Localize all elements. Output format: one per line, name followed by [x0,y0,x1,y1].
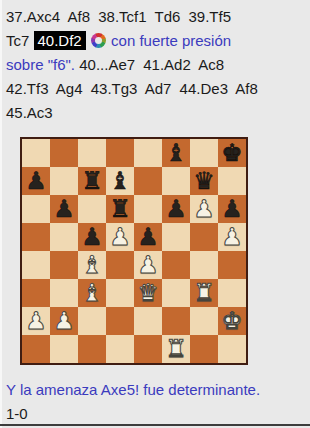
square-h1[interactable] [218,335,246,363]
move-text[interactable]: 42.Tf3 Ag4 43.Tg3 Ad7 44.De3 Af8 [6,80,258,97]
square-a2[interactable]: ♟ [22,307,50,335]
black-pawn-h6: ♟ [221,197,243,221]
square-b6[interactable]: ♟ [50,195,78,223]
square-a1[interactable] [22,335,50,363]
notation-line: Tc7 40.Df2 con fuerte presión [6,29,308,53]
black-rook-d6: ♜ [109,197,131,221]
square-c6[interactable] [78,195,106,223]
white-rook-g3: ♜ [193,281,215,305]
square-f2[interactable] [162,307,190,335]
square-a4[interactable] [22,251,50,279]
square-e3[interactable]: ♛ [134,279,162,307]
annotation-comment-text: con fuerte presión [111,32,231,49]
square-a8[interactable] [22,139,50,167]
square-g3[interactable]: ♜ [190,279,218,307]
annotation-comment-text: sobre "f6". [6,56,75,73]
square-h3[interactable] [218,279,246,307]
white-queen-e3: ♛ [137,281,159,305]
white-pawn-e4: ♟ [137,253,159,277]
move-text[interactable]: Tc7 [6,32,29,49]
square-h7[interactable] [218,167,246,195]
square-b4[interactable] [50,251,78,279]
square-b2[interactable]: ♟ [50,307,78,335]
square-f7[interactable] [162,167,190,195]
black-rook-c7: ♜ [81,169,103,193]
black-pawn-f6: ♟ [165,197,187,221]
square-d5[interactable]: ♟ [106,223,134,251]
square-h8[interactable]: ♚ [218,139,246,167]
square-e1[interactable] [134,335,162,363]
square-f4[interactable] [162,251,190,279]
square-b1[interactable] [50,335,78,363]
square-d3[interactable] [106,279,134,307]
square-h6[interactable]: ♟ [218,195,246,223]
move-text[interactable]: 45.Ac3 [6,104,53,121]
square-g7[interactable]: ♛ [190,167,218,195]
square-f5[interactable] [162,223,190,251]
square-e4[interactable]: ♟ [134,251,162,279]
pane-bottom-divider [0,424,310,426]
square-e5[interactable]: ♟ [134,223,162,251]
square-c2[interactable] [78,307,106,335]
square-b7[interactable] [50,167,78,195]
highlighted-move[interactable]: 40.Df2 [34,31,86,50]
square-d7[interactable]: ♝ [106,167,134,195]
square-f8[interactable]: ♝ [162,139,190,167]
square-g8[interactable] [190,139,218,167]
black-pawn-b6: ♟ [53,197,75,221]
notation-line: sobre "f6". 40...Ae7 41.Ad2 Ac8 [6,53,308,77]
square-c4[interactable]: ♝ [78,251,106,279]
move-text[interactable]: 40...Ae7 41.Ad2 Ac8 [79,56,224,73]
white-pawn-a2: ♟ [25,309,47,333]
white-pawn-g6: ♟ [193,197,215,221]
white-pawn-h5: ♟ [221,225,243,249]
annotation-pane: 37.Axc4 Af8 38.Tcf1 Td6 39.Tf5Tc7 40.Df2… [0,0,310,428]
white-king-h2: ♚ [221,309,243,333]
white-pawn-b2: ♟ [53,309,75,333]
black-bishop-d7: ♝ [109,169,131,193]
white-pawn-d5: ♟ [109,225,131,249]
square-g1[interactable] [190,335,218,363]
square-a6[interactable] [22,195,50,223]
square-a3[interactable] [22,279,50,307]
white-rook-f1: ♜ [165,337,187,361]
square-c7[interactable]: ♜ [78,167,106,195]
square-d2[interactable] [106,307,134,335]
square-e7[interactable] [134,167,162,195]
black-queen-g7: ♛ [193,169,215,193]
square-f6[interactable]: ♟ [162,195,190,223]
black-king-h8: ♚ [221,141,243,165]
white-bishop-c4: ♝ [81,253,103,277]
notation-line: 37.Axc4 Af8 38.Tcf1 Td6 39.Tf5 [6,5,308,29]
black-bishop-f8: ♝ [165,141,187,165]
square-d1[interactable] [106,335,134,363]
square-c5[interactable]: ♟ [78,223,106,251]
square-f3[interactable] [162,279,190,307]
black-pawn-e5: ♟ [137,225,159,249]
black-pawn-a7: ♟ [25,169,47,193]
chess-board-grid: ♝♚♟♜♝♛♟♜♟♟♟♟♟♟♟♝♟♝♛♜♟♟♚♜ [22,139,246,363]
square-e2[interactable] [134,307,162,335]
square-a5[interactable] [22,223,50,251]
square-h5[interactable]: ♟ [218,223,246,251]
square-d4[interactable] [106,251,134,279]
notation-line: 42.Tf3 Ag4 43.Tg3 Ad7 44.De3 Af8 [6,77,308,101]
square-c1[interactable] [78,335,106,363]
square-g5[interactable] [190,223,218,251]
chess-board: ♝♚♟♜♝♛♟♜♟♟♟♟♟♟♟♝♟♝♛♜♟♟♚♜ [20,137,248,365]
white-bishop-c3: ♝ [81,281,103,305]
square-g2[interactable] [190,307,218,335]
square-a7[interactable]: ♟ [22,167,50,195]
square-g4[interactable] [190,251,218,279]
square-f1[interactable]: ♜ [162,335,190,363]
move-text[interactable]: 37.Axc4 Af8 38.Tcf1 Td6 39.Tf5 [6,8,231,25]
square-e8[interactable] [134,139,162,167]
square-c3[interactable]: ♝ [78,279,106,307]
game-result[interactable]: 1-0 [6,402,310,426]
square-b5[interactable] [50,223,78,251]
square-e6[interactable] [134,195,162,223]
notation-line: 45.Ac3 [6,101,308,125]
square-h2[interactable]: ♚ [218,307,246,335]
annotation-comment: Y la amenaza Axe5! fue determinante. [6,378,310,402]
square-h4[interactable] [218,251,246,279]
black-pawn-c5: ♟ [81,225,103,249]
square-b8[interactable] [50,139,78,167]
square-d6[interactable]: ♜ [106,195,134,223]
square-b3[interactable] [50,279,78,307]
square-d8[interactable] [106,139,134,167]
annotation-circle-icon [91,33,106,48]
square-c8[interactable] [78,139,106,167]
square-g6[interactable]: ♟ [190,195,218,223]
move-notation: 37.Axc4 Af8 38.Tcf1 Td6 39.Tf5Tc7 40.Df2… [2,0,310,125]
